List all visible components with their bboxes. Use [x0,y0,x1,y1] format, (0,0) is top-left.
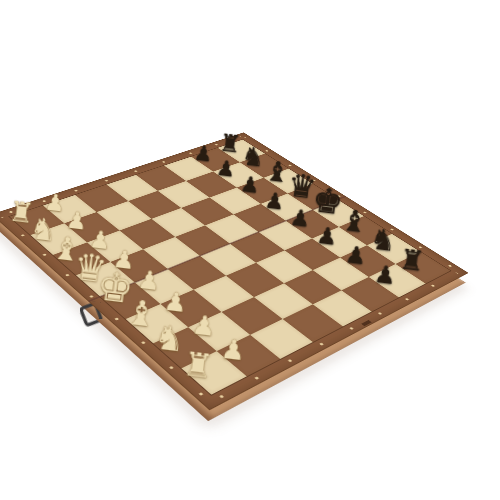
piece-layer: ♜♞♝♛♚♝♞♜♟♟♟♟♟♟♟♟♟♟♟♟♟♟♟♟♜♞♝♛♚♝♞♜ [10,140,451,395]
chess-board: ♜♞♝♛♚♝♞♜♟♟♟♟♟♟♟♟♟♟♟♟♟♟♟♟♜♞♝♛♚♝♞♜ [0,132,469,410]
product-photo: ♜♞♝♛♚♝♞♜♟♟♟♟♟♟♟♟♟♟♟♟♟♟♟♟♜♞♝♛♚♝♞♜ [0,0,500,500]
photo-tilt: ♜♞♝♛♚♝♞♜♟♟♟♟♟♟♟♟♟♟♟♟♟♟♟♟♜♞♝♛♚♝♞♜ [0,0,500,500]
scene: ♜♞♝♛♚♝♞♜♟♟♟♟♟♟♟♟♟♟♟♟♟♟♟♟♜♞♝♛♚♝♞♜ [0,0,500,500]
white-rook: ♜ [173,346,224,384]
black-pawn: ♟ [364,261,407,290]
